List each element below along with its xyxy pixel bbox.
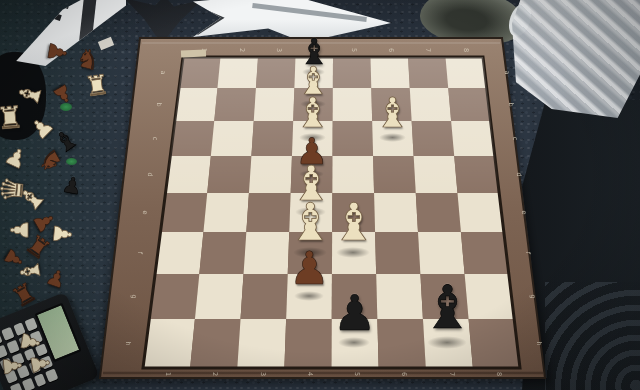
label-left-d: d: [146, 172, 154, 176]
label-top-4: 4: [312, 48, 320, 52]
label-bottom-8: 8: [495, 372, 503, 376]
label-right-e: e: [520, 211, 528, 215]
label-bottom-7: 7: [448, 372, 456, 376]
label-left-b: b: [155, 102, 163, 106]
photo-scene: ♟♞♜♟♝♜♟♝♟♞♛♟♝♟♟♜♟♟♝♟♜♟♟♟ 123456781234567…: [0, 0, 640, 390]
label-left-e: e: [141, 211, 149, 215]
label-right-g: g: [529, 294, 537, 298]
label-top-5: 5: [350, 48, 358, 52]
label-bottom-1: 1: [164, 372, 172, 376]
label-bottom-4: 4: [306, 372, 314, 376]
label-top-2: 2: [238, 48, 246, 52]
paper-scrap: [181, 50, 206, 58]
label-left-h: h: [124, 341, 132, 345]
label-bottom-6: 6: [400, 372, 408, 376]
label-left-c: c: [151, 137, 159, 141]
label-right-d: d: [515, 172, 523, 176]
label-bottom-5: 5: [353, 372, 361, 376]
label-right-b: b: [507, 102, 515, 106]
label-left-a: a: [159, 71, 167, 75]
label-bottom-3: 3: [259, 372, 267, 376]
label-top-7: 7: [424, 48, 432, 52]
label-top-6: 6: [387, 48, 395, 52]
label-right-h: h: [535, 341, 543, 345]
label-right-a: a: [503, 71, 511, 75]
label-top-3: 3: [275, 48, 283, 52]
board-glare: [143, 57, 520, 368]
label-bottom-2: 2: [211, 372, 219, 376]
label-left-g: g: [130, 294, 138, 298]
chess-board: 1234567812345678abcdefghabcdefgh: [0, 0, 640, 390]
label-right-c: c: [511, 137, 519, 141]
label-top-8: 8: [462, 48, 470, 52]
